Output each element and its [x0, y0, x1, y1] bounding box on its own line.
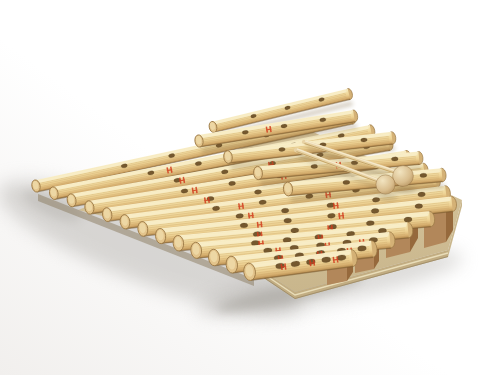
tone-hole: [420, 173, 427, 178]
mallet-head: [393, 166, 414, 187]
photo-stage: [0, 0, 500, 375]
tone-hole: [391, 157, 398, 162]
xylophone-photo: [0, 0, 500, 375]
tone-hole: [343, 180, 350, 185]
tone-hole: [404, 217, 412, 223]
tone-hole: [366, 220, 374, 226]
mallet-head: [376, 175, 395, 194]
tone-hole: [291, 228, 299, 234]
